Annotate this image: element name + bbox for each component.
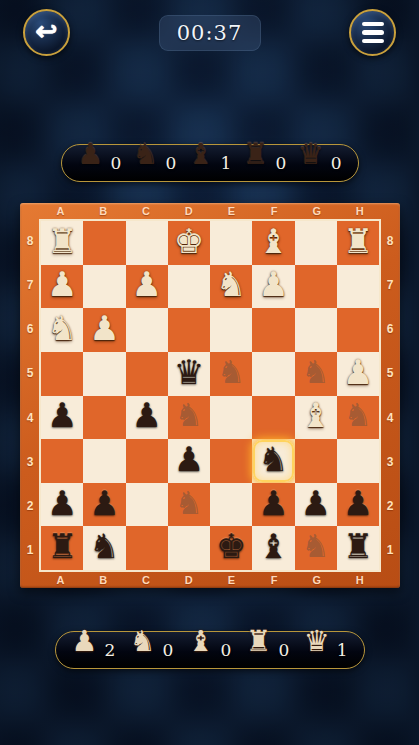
rank-labels-left: 87654321 [23,219,37,572]
black-pawn: ♟ [47,398,77,432]
square-f6[interactable] [252,308,294,352]
white-pawn: ♟ [258,267,288,301]
menu-button[interactable] [349,9,396,56]
captured-count: 1 [337,640,348,660]
square-g1[interactable]: ♞ [295,526,337,570]
file-label-c: C [125,205,168,218]
captured-white-rook: ♜0 [246,640,290,660]
square-e8[interactable] [210,221,252,265]
file-label-h: H [338,205,381,218]
captured-white-pawn: ♟2 [72,640,116,660]
white-pawn: ♟ [343,355,373,389]
rank-label-6: 6 [383,307,397,351]
captured-count: 0 [331,153,342,173]
captured-count: 2 [105,640,116,660]
black-pawn-icon: ♟ [78,140,104,169]
square-g7[interactable] [295,265,337,309]
black-pawn: ♟ [131,398,161,432]
rank-label-7: 7 [23,263,37,307]
square-a4[interactable]: ♟ [41,396,83,440]
square-b6[interactable]: ♟ [83,308,125,352]
white-pawn: ♟ [47,267,77,301]
captured-white-knight: ♞0 [130,640,174,660]
square-h6[interactable] [337,308,379,352]
captured-count: 0 [276,153,287,173]
captured-count: 0 [279,640,290,660]
square-b2[interactable]: ♟ [83,483,125,527]
file-label-g: G [296,574,339,587]
rank-label-2: 2 [383,484,397,528]
chess-board-frame: ABCDEFGH ABCDEFGH 87654321 87654321 ♜♚♝♜… [20,203,400,588]
rank-label-6: 6 [23,307,37,351]
captured-white-bishop: ♝0 [188,640,232,660]
white-rook: ♜ [47,224,77,258]
rank-labels-right: 87654321 [383,219,397,572]
move-hint-ghost-knight[interactable]: ♞ [301,356,330,388]
square-b4[interactable] [83,396,125,440]
move-hint-ghost-knight[interactable]: ♞ [217,356,246,388]
rank-label-4: 4 [383,396,397,440]
white-pawn-icon: ♟ [72,627,98,656]
square-b3[interactable] [83,439,125,483]
move-hint-ghost-knight[interactable]: ♞ [175,399,204,431]
black-king: ♚ [216,529,246,563]
square-e4[interactable] [210,396,252,440]
board-grid: ♜♚♝♜♟♟♞♟♞♟♛♞♞♟♟♟♞♝♞♟♞♟♟♞♟♟♟♜♞♚♝♞♜ [41,221,379,570]
rank-label-3: 3 [383,440,397,484]
square-g3[interactable] [295,439,337,483]
square-h5[interactable]: ♟ [337,352,379,396]
file-label-f: F [253,205,296,218]
file-label-g: G [296,205,339,218]
black-rook-icon: ♜ [243,140,269,169]
square-a2[interactable]: ♟ [41,483,83,527]
rank-label-1: 1 [23,528,37,572]
square-f2[interactable]: ♟ [252,483,294,527]
square-d7[interactable] [168,265,210,309]
black-pawn: ♟ [258,486,288,520]
square-d8[interactable]: ♚ [168,221,210,265]
square-c6[interactable] [126,308,168,352]
white-rook: ♜ [343,224,373,258]
captured-tray-black: ♟0♞0♝1♜0♛0 [61,144,359,182]
square-e3[interactable] [210,439,252,483]
square-c3[interactable] [126,439,168,483]
square-d4[interactable]: ♞ [168,396,210,440]
rank-label-5: 5 [23,351,37,395]
white-king: ♚ [174,224,204,258]
black-queen: ♛ [174,355,204,389]
captured-black-pawn: ♟0 [78,153,122,173]
square-f1[interactable]: ♝ [252,526,294,570]
square-g8[interactable] [295,221,337,265]
file-label-d: D [167,205,210,218]
captured-tray-white: ♟2♞0♝0♜0♛1 [55,631,365,669]
square-c5[interactable] [126,352,168,396]
file-labels-bottom: ABCDEFGH [39,574,381,587]
file-labels-top: ABCDEFGH [39,205,381,218]
file-label-a: A [39,574,82,587]
game-timer: 00:37 [159,15,261,51]
square-b8[interactable] [83,221,125,265]
rank-label-8: 8 [23,219,37,263]
move-hint-ghost-knight[interactable]: ♞ [175,487,204,519]
file-label-a: A [39,205,82,218]
square-e2[interactable] [210,483,252,527]
square-d5[interactable]: ♛ [168,352,210,396]
square-a6[interactable]: ♞ [41,308,83,352]
black-pawn: ♟ [47,486,77,520]
back-button[interactable]: ↩ [23,9,70,56]
file-label-e: E [210,205,253,218]
square-a3[interactable] [41,439,83,483]
square-h8[interactable]: ♜ [337,221,379,265]
square-a1[interactable]: ♜ [41,526,83,570]
square-h2[interactable]: ♟ [337,483,379,527]
rank-label-5: 5 [383,351,397,395]
file-label-e: E [210,574,253,587]
white-rook-icon: ♜ [246,627,272,656]
square-e5[interactable]: ♞ [210,352,252,396]
captured-black-queen: ♛0 [298,153,342,173]
square-d3[interactable]: ♟ [168,439,210,483]
square-c7[interactable]: ♟ [126,265,168,309]
captured-count: 0 [166,153,177,173]
square-e1[interactable]: ♚ [210,526,252,570]
black-knight-icon: ♞ [133,140,159,169]
square-g5[interactable]: ♞ [295,352,337,396]
captured-count: 0 [111,153,122,173]
rank-label-3: 3 [23,440,37,484]
black-queen-icon: ♛ [298,140,324,169]
rank-label-1: 1 [383,528,397,572]
hamburger-menu-icon [362,22,384,44]
square-f3[interactable]: ♞ [252,439,294,483]
square-f7[interactable]: ♟ [252,265,294,309]
square-h7[interactable] [337,265,379,309]
captured-black-bishop: ♝1 [188,153,232,173]
square-a8[interactable]: ♜ [41,221,83,265]
rank-label-8: 8 [383,219,397,263]
black-rook: ♜ [343,529,373,563]
white-bishop: ♝ [258,224,288,258]
black-bishop: ♝ [258,529,288,563]
square-b7[interactable] [83,265,125,309]
file-label-c: C [125,574,168,587]
chess-app-screen: ↩ 00:37 ♟0♞0♝1♜0♛0 ABCDEFGH ABCDEFGH 876… [0,0,419,745]
square-f8[interactable]: ♝ [252,221,294,265]
black-knight: ♞ [258,442,288,476]
white-pawn: ♟ [89,311,119,345]
square-a7[interactable]: ♟ [41,265,83,309]
rank-label-7: 7 [383,263,397,307]
captured-white-queen: ♛1 [304,640,348,660]
square-b5[interactable] [83,352,125,396]
square-h4[interactable]: ♞ [337,396,379,440]
black-knight: ♞ [89,529,119,563]
rank-label-4: 4 [23,396,37,440]
square-d2[interactable]: ♞ [168,483,210,527]
white-knight-icon: ♞ [130,627,156,656]
black-pawn: ♟ [174,442,204,476]
black-pawn: ♟ [300,486,330,520]
black-pawn: ♟ [89,486,119,520]
square-c2[interactable] [126,483,168,527]
file-label-b: B [82,574,125,587]
white-bishop: ♝ [300,398,330,432]
captured-count: 0 [221,640,232,660]
square-e6[interactable] [210,308,252,352]
black-rook: ♜ [47,529,77,563]
white-queen-icon: ♛ [304,627,330,656]
rank-label-2: 2 [23,484,37,528]
captured-black-rook: ♜0 [243,153,287,173]
square-g2[interactable]: ♟ [295,483,337,527]
square-b1[interactable]: ♞ [83,526,125,570]
square-f4[interactable] [252,396,294,440]
square-d1[interactable] [168,526,210,570]
captured-count: 1 [221,153,232,173]
white-pawn: ♟ [131,267,161,301]
square-f5[interactable] [252,352,294,396]
square-g4[interactable]: ♝ [295,396,337,440]
file-label-h: H [338,574,381,587]
square-a5[interactable] [41,352,83,396]
black-pawn: ♟ [343,486,373,520]
captured-count: 0 [163,640,174,660]
back-arrow-icon: ↩ [36,18,58,44]
square-h3[interactable] [337,439,379,483]
white-knight: ♞ [216,267,246,301]
square-d6[interactable] [168,308,210,352]
file-label-d: D [167,574,210,587]
square-e7[interactable]: ♞ [210,265,252,309]
move-hint-ghost-knight[interactable]: ♞ [301,530,330,562]
white-bishop-icon: ♝ [188,627,214,656]
chess-board: ♜♚♝♜♟♟♞♟♞♟♛♞♞♟♟♟♞♝♞♟♞♟♟♞♟♟♟♜♞♚♝♞♜ [39,219,381,572]
square-c4[interactable]: ♟ [126,396,168,440]
square-h1[interactable]: ♜ [337,526,379,570]
file-label-f: F [253,574,296,587]
square-c8[interactable] [126,221,168,265]
black-bishop-icon: ♝ [188,140,214,169]
captured-black-knight: ♞0 [133,153,177,173]
square-g6[interactable] [295,308,337,352]
file-label-b: B [82,205,125,218]
timer-value: 00:37 [177,21,243,45]
white-knight: ♞ [47,311,77,345]
square-c1[interactable] [126,526,168,570]
move-hint-ghost-knight[interactable]: ♞ [344,399,373,431]
